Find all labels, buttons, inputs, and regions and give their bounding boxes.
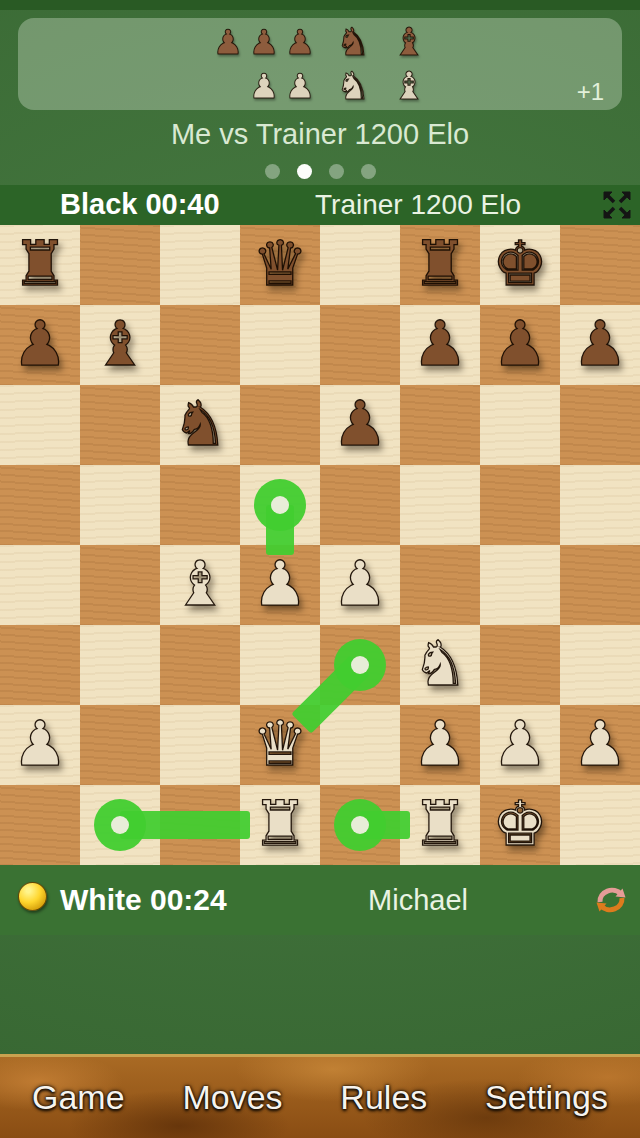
white-pawn: ♟ xyxy=(0,705,80,785)
square-f4[interactable] xyxy=(400,545,480,625)
square-f7[interactable]: ♟ xyxy=(400,305,480,385)
white-pawn: ♟ xyxy=(240,545,320,625)
captured-black-knight: ♞ xyxy=(332,20,374,64)
white-clock-bar: White 00:24 Michael xyxy=(0,865,640,935)
square-f6[interactable] xyxy=(400,385,480,465)
page-dot-1 xyxy=(265,164,280,179)
square-b3[interactable] xyxy=(80,625,160,705)
chess-app: ♟♟♟♞♝ ♟♟♟♞♝ +1 Me vs Trainer 1200 Elo Bl… xyxy=(0,0,640,1138)
square-d7[interactable] xyxy=(240,305,320,385)
square-c1[interactable] xyxy=(160,785,240,865)
square-d8[interactable]: ♛ xyxy=(240,225,320,305)
square-h8[interactable] xyxy=(560,225,640,305)
black-pawn: ♟ xyxy=(480,305,560,385)
square-h7[interactable]: ♟ xyxy=(560,305,640,385)
square-a1[interactable] xyxy=(0,785,80,865)
square-c2[interactable] xyxy=(160,705,240,785)
square-g5[interactable] xyxy=(480,465,560,545)
game-title: Me vs Trainer 1200 Elo xyxy=(0,118,640,151)
white-bishop: ♝ xyxy=(160,545,240,625)
menu-item-rules[interactable]: Rules xyxy=(340,1078,427,1117)
square-e6[interactable]: ♟ xyxy=(320,385,400,465)
square-g3[interactable] xyxy=(480,625,560,705)
white-pawn: ♟ xyxy=(560,705,640,785)
captured-black-pieces: ♟♟♟♞♝ xyxy=(18,20,622,64)
square-a5[interactable] xyxy=(0,465,80,545)
square-h1[interactable] xyxy=(560,785,640,865)
square-a3[interactable] xyxy=(0,625,80,705)
white-pawn: ♟ xyxy=(480,705,560,785)
captured-black-bishop: ♝ xyxy=(388,20,430,64)
square-d3[interactable] xyxy=(240,625,320,705)
square-d1[interactable]: ♜ xyxy=(240,785,320,865)
square-b1[interactable] xyxy=(80,785,160,865)
captured-black-pawn: ♟ xyxy=(246,20,282,64)
captured-pieces-tray: ♟♟♟♞♝ ♟♟♟♞♝ +1 xyxy=(18,18,622,110)
material-advantage: +1 xyxy=(577,78,604,106)
square-e7[interactable] xyxy=(320,305,400,385)
black-rook: ♜ xyxy=(0,225,80,305)
square-g7[interactable]: ♟ xyxy=(480,305,560,385)
black-pawn: ♟ xyxy=(0,305,80,385)
chess-board[interactable]: ♜♛♜♚♟♝♟♟♟♞♟♝♟♟♞♟♛♟♟♟♜♜♚ xyxy=(0,225,640,865)
square-b8[interactable] xyxy=(80,225,160,305)
square-h3[interactable] xyxy=(560,625,640,705)
square-g4[interactable] xyxy=(480,545,560,625)
white-rook: ♜ xyxy=(400,785,480,865)
square-c8[interactable] xyxy=(160,225,240,305)
square-h5[interactable] xyxy=(560,465,640,545)
black-pawn: ♟ xyxy=(320,385,400,465)
black-pawn: ♟ xyxy=(400,305,480,385)
menu-item-settings[interactable]: Settings xyxy=(485,1078,608,1117)
turn-indicator-icon xyxy=(18,882,47,911)
square-b6[interactable] xyxy=(80,385,160,465)
square-g1[interactable]: ♚ xyxy=(480,785,560,865)
menu-item-game[interactable]: Game xyxy=(32,1078,125,1117)
square-f2[interactable]: ♟ xyxy=(400,705,480,785)
analysis-toolbar: Threats Details Suggestions xyxy=(0,935,640,1054)
square-c7[interactable] xyxy=(160,305,240,385)
square-b5[interactable] xyxy=(80,465,160,545)
white-rook: ♜ xyxy=(240,785,320,865)
white-knight: ♞ xyxy=(400,625,480,705)
white-pawn: ♟ xyxy=(400,705,480,785)
square-e5[interactable] xyxy=(320,465,400,545)
black-rook: ♜ xyxy=(400,225,480,305)
square-d5[interactable] xyxy=(240,465,320,545)
square-d6[interactable] xyxy=(240,385,320,465)
square-a2[interactable]: ♟ xyxy=(0,705,80,785)
page-dot-2 xyxy=(297,164,312,179)
square-a7[interactable]: ♟ xyxy=(0,305,80,385)
bottom-menu-bar: GameMovesRulesSettings xyxy=(0,1054,640,1138)
black-pawn: ♟ xyxy=(560,305,640,385)
white-king: ♚ xyxy=(480,785,560,865)
square-c6[interactable]: ♞ xyxy=(160,385,240,465)
black-player-name: Trainer 1200 Elo xyxy=(315,189,521,221)
black-king: ♚ xyxy=(480,225,560,305)
page-dot-4 xyxy=(361,164,376,179)
white-clock: White 00:24 xyxy=(60,883,227,917)
captured-black-pawn: ♟ xyxy=(210,20,246,64)
white-pawn: ♟ xyxy=(320,545,400,625)
square-g8[interactable]: ♚ xyxy=(480,225,560,305)
fullscreen-icon[interactable] xyxy=(600,188,634,226)
captured-white-bishop: ♝ xyxy=(388,64,430,108)
page-indicator[interactable] xyxy=(0,164,640,179)
square-f1[interactable]: ♜ xyxy=(400,785,480,865)
square-b4[interactable] xyxy=(80,545,160,625)
black-queen: ♛ xyxy=(240,225,320,305)
square-c3[interactable] xyxy=(160,625,240,705)
square-c4[interactable]: ♝ xyxy=(160,545,240,625)
white-queen: ♛ xyxy=(240,705,320,785)
square-e1[interactable] xyxy=(320,785,400,865)
square-g6[interactable] xyxy=(480,385,560,465)
white-player-name: Michael xyxy=(368,884,468,917)
black-clock-bar: Black 00:40 Trainer 1200 Elo xyxy=(0,185,640,225)
square-e2[interactable] xyxy=(320,705,400,785)
status-bar-strip xyxy=(0,0,640,10)
square-a8[interactable]: ♜ xyxy=(0,225,80,305)
captured-white-knight: ♞ xyxy=(332,64,374,108)
square-e3[interactable] xyxy=(320,625,400,705)
square-b7[interactable]: ♝ xyxy=(80,305,160,385)
square-g2[interactable]: ♟ xyxy=(480,705,560,785)
square-d4[interactable]: ♟ xyxy=(240,545,320,625)
captured-white-pawn: ♟ xyxy=(282,64,318,108)
square-b2[interactable] xyxy=(80,705,160,785)
square-a6[interactable] xyxy=(0,385,80,465)
black-clock: Black 00:40 xyxy=(60,188,220,221)
captured-white-pawn: ♟ xyxy=(246,64,282,108)
square-e4[interactable]: ♟ xyxy=(320,545,400,625)
menu-item-moves[interactable]: Moves xyxy=(182,1078,282,1117)
square-f3[interactable]: ♞ xyxy=(400,625,480,705)
black-bishop: ♝ xyxy=(80,305,160,385)
square-e8[interactable] xyxy=(320,225,400,305)
square-d2[interactable]: ♛ xyxy=(240,705,320,785)
square-h4[interactable] xyxy=(560,545,640,625)
captured-white-pieces: ♟♟♟♞♝ xyxy=(18,64,622,108)
square-c5[interactable] xyxy=(160,465,240,545)
black-knight: ♞ xyxy=(160,385,240,465)
square-a4[interactable] xyxy=(0,545,80,625)
page-dot-3 xyxy=(329,164,344,179)
square-f8[interactable]: ♜ xyxy=(400,225,480,305)
captured-black-pawn: ♟ xyxy=(282,20,318,64)
square-h6[interactable] xyxy=(560,385,640,465)
square-f5[interactable] xyxy=(400,465,480,545)
rotate-board-icon[interactable] xyxy=(592,881,630,923)
square-h2[interactable]: ♟ xyxy=(560,705,640,785)
